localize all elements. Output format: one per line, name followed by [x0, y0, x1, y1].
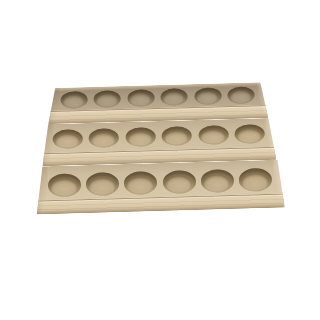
pit-r2-c5[interactable]: [198, 125, 229, 145]
tier-top: [47, 82, 268, 124]
pit-r3-c3[interactable]: [124, 171, 158, 195]
pit-r3-c2[interactable]: [86, 172, 120, 196]
pit-r1-c5[interactable]: [194, 87, 221, 105]
pit-r3-c5[interactable]: [200, 169, 234, 193]
pit-r2-c1[interactable]: [52, 129, 83, 149]
tier-bottom-surface: [35, 160, 284, 201]
pit-r3-c1[interactable]: [48, 173, 82, 197]
pit-r1-c1[interactable]: [60, 91, 87, 109]
photo-background: [0, 0, 320, 320]
pit-r1-c2[interactable]: [94, 90, 121, 108]
pit-r2-c4[interactable]: [162, 126, 193, 146]
pit-r2-c2[interactable]: [89, 128, 120, 148]
pit-r1-c4[interactable]: [161, 88, 188, 106]
pit-r1-c6[interactable]: [227, 86, 254, 104]
pit-r3-c4[interactable]: [162, 170, 196, 194]
pit-r2-c3[interactable]: [125, 127, 156, 147]
pit-r2-c6[interactable]: [234, 124, 265, 144]
pit-r3-c6[interactable]: [239, 168, 273, 192]
tier-bottom: [35, 160, 284, 215]
tier-middle-pit-row: [41, 124, 275, 150]
tier-top-pit-row: [47, 86, 267, 109]
tier-bottom-pit-row: [36, 168, 285, 198]
tier-middle: [41, 118, 276, 167]
wooden-tiered-rack: [0, 0, 320, 320]
pit-r1-c3[interactable]: [127, 89, 154, 107]
